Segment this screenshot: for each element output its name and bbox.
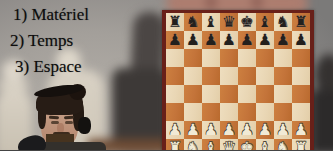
- black-rook: ♜: [294, 13, 308, 31]
- square-d5[interactable]: [220, 67, 238, 85]
- square-a5[interactable]: [166, 67, 184, 85]
- principle-item-time: 2) Temps: [0, 28, 89, 54]
- black-pawn: ♟: [168, 31, 182, 49]
- square-e4[interactable]: [238, 85, 256, 103]
- video-frame: 1) Matériel 2) Temps 3) Espace ♜♞♝♛♚♝♞♜♟…: [0, 0, 333, 150]
- square-c7[interactable]: ♟: [202, 31, 220, 49]
- square-a6[interactable]: [166, 49, 184, 67]
- square-b1[interactable]: ♞: [184, 139, 202, 150]
- square-e8[interactable]: ♚: [238, 13, 256, 31]
- square-h5[interactable]: [292, 67, 310, 85]
- square-b8[interactable]: ♞: [184, 13, 202, 31]
- square-h8[interactable]: ♜: [292, 13, 310, 31]
- square-a7[interactable]: ♟: [166, 31, 184, 49]
- square-f8[interactable]: ♝: [256, 13, 274, 31]
- black-pawn: ♟: [258, 31, 272, 49]
- principles-list: 1) Matériel 2) Temps 3) Espace: [0, 2, 89, 80]
- square-h4[interactable]: [292, 85, 310, 103]
- white-pawn: ♟: [186, 121, 200, 139]
- square-b3[interactable]: [184, 103, 202, 121]
- principle-item-space: 3) Espace: [0, 54, 89, 80]
- black-bishop: ♝: [258, 13, 272, 31]
- black-knight: ♞: [186, 13, 200, 31]
- square-f6[interactable]: [256, 49, 274, 67]
- white-pawn: ♟: [240, 121, 254, 139]
- square-g2[interactable]: ♟: [274, 121, 292, 139]
- square-h3[interactable]: [292, 103, 310, 121]
- square-b2[interactable]: ♟: [184, 121, 202, 139]
- black-pawn: ♟: [294, 31, 308, 49]
- square-d7[interactable]: ♟: [220, 31, 238, 49]
- black-bishop: ♝: [204, 13, 218, 31]
- square-g3[interactable]: [274, 103, 292, 121]
- principle-item-material: 1) Matériel: [0, 2, 89, 28]
- white-knight: ♞: [186, 139, 200, 151]
- square-a1[interactable]: ♜: [166, 139, 184, 150]
- square-c8[interactable]: ♝: [202, 13, 220, 31]
- square-f1[interactable]: ♝: [256, 139, 274, 150]
- streamer-webcam: [16, 84, 112, 150]
- square-h1[interactable]: ♜: [292, 139, 310, 150]
- square-g6[interactable]: [274, 49, 292, 67]
- square-h6[interactable]: [292, 49, 310, 67]
- chess-board: ♜♞♝♛♚♝♞♜♟♟♟♟♟♟♟♟♟♟♟♟♟♟♟♟♜♞♝♛♚♝♞♜: [162, 10, 314, 150]
- white-knight: ♞: [276, 139, 290, 151]
- square-c5[interactable]: [202, 67, 220, 85]
- black-rook: ♜: [168, 13, 182, 31]
- white-queen: ♛: [222, 139, 236, 151]
- black-pawn: ♟: [222, 31, 236, 49]
- square-e7[interactable]: ♟: [238, 31, 256, 49]
- square-d6[interactable]: [220, 49, 238, 67]
- black-pawn: ♟: [204, 31, 218, 49]
- white-rook: ♜: [294, 139, 308, 151]
- square-c4[interactable]: [202, 85, 220, 103]
- square-e2[interactable]: ♟: [238, 121, 256, 139]
- square-f7[interactable]: ♟: [256, 31, 274, 49]
- headphones-earcup-icon: [78, 117, 91, 134]
- blurred-person-silhouette: [311, 90, 333, 150]
- square-e1[interactable]: ♚: [238, 139, 256, 150]
- white-rook: ♜: [168, 139, 182, 151]
- square-c2[interactable]: ♟: [202, 121, 220, 139]
- square-d3[interactable]: [220, 103, 238, 121]
- square-h2[interactable]: ♟: [292, 121, 310, 139]
- square-a4[interactable]: [166, 85, 184, 103]
- streamer-eyebrow: [49, 116, 59, 120]
- square-a8[interactable]: ♜: [166, 13, 184, 31]
- white-pawn: ♟: [258, 121, 272, 139]
- square-g7[interactable]: ♟: [274, 31, 292, 49]
- square-b4[interactable]: [184, 85, 202, 103]
- square-f5[interactable]: [256, 67, 274, 85]
- square-c3[interactable]: [202, 103, 220, 121]
- square-f4[interactable]: [256, 85, 274, 103]
- black-pawn: ♟: [240, 31, 254, 49]
- square-h7[interactable]: ♟: [292, 31, 310, 49]
- white-pawn: ♟: [204, 121, 218, 139]
- black-queen: ♛: [222, 13, 236, 31]
- square-f2[interactable]: ♟: [256, 121, 274, 139]
- square-e3[interactable]: [238, 103, 256, 121]
- white-king: ♚: [240, 139, 254, 151]
- square-d2[interactable]: ♟: [220, 121, 238, 139]
- square-g4[interactable]: [274, 85, 292, 103]
- white-pawn: ♟: [294, 121, 308, 139]
- square-g8[interactable]: ♞: [274, 13, 292, 31]
- square-e6[interactable]: [238, 49, 256, 67]
- square-c1[interactable]: ♝: [202, 139, 220, 150]
- square-g5[interactable]: [274, 67, 292, 85]
- square-d8[interactable]: ♛: [220, 13, 238, 31]
- white-pawn: ♟: [222, 121, 236, 139]
- white-bishop: ♝: [258, 139, 272, 151]
- black-king: ♚: [240, 13, 254, 31]
- square-b6[interactable]: [184, 49, 202, 67]
- square-b5[interactable]: [184, 67, 202, 85]
- chess-board-squares: ♜♞♝♛♚♝♞♜♟♟♟♟♟♟♟♟♟♟♟♟♟♟♟♟♜♞♝♛♚♝♞♜: [166, 13, 310, 150]
- square-a3[interactable]: [166, 103, 184, 121]
- square-g1[interactable]: ♞: [274, 139, 292, 150]
- streamer-eye: [65, 121, 73, 124]
- square-d1[interactable]: ♛: [220, 139, 238, 150]
- square-b7[interactable]: ♟: [184, 31, 202, 49]
- black-pawn: ♟: [186, 31, 200, 49]
- black-pawn: ♟: [276, 31, 290, 49]
- square-a2[interactable]: ♟: [166, 121, 184, 139]
- white-pawn: ♟: [168, 121, 182, 139]
- white-pawn: ♟: [276, 121, 290, 139]
- square-e5[interactable]: [238, 67, 256, 85]
- white-bishop: ♝: [204, 139, 218, 151]
- square-f3[interactable]: [256, 103, 274, 121]
- square-d4[interactable]: [220, 85, 238, 103]
- black-knight: ♞: [276, 13, 290, 31]
- blurred-black-piece-icon: [112, 68, 168, 150]
- square-c6[interactable]: [202, 49, 220, 67]
